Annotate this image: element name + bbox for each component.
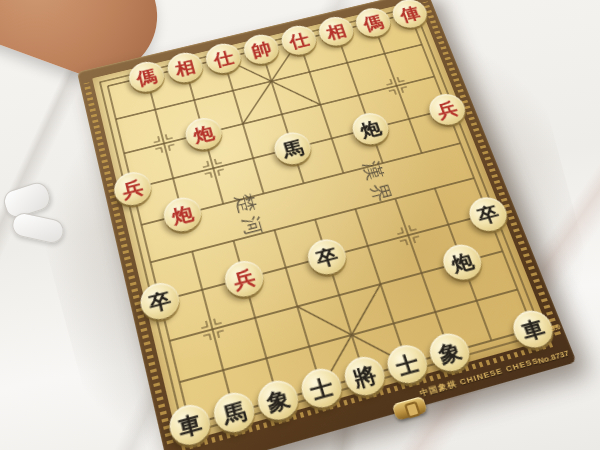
piece-red-horse[interactable]: 傌 [126, 59, 168, 96]
piece-black-cannon[interactable]: 炮 [348, 110, 393, 148]
piece-red-advisor[interactable]: 仕 [203, 40, 245, 76]
piece-black-horse[interactable]: 馬 [271, 129, 315, 168]
piece-black-soldier[interactable]: 卒 [304, 235, 351, 278]
piece-red-marshal[interactable]: 帥 [240, 31, 282, 67]
piece-red-elephant[interactable]: 相 [315, 14, 357, 49]
piece-red-cannon[interactable]: 炮 [160, 194, 204, 235]
piece-red-soldier[interactable]: 兵 [221, 257, 267, 301]
frame-model-number: No.8737 [536, 348, 570, 365]
piece-red-cannon[interactable]: 炮 [182, 115, 225, 154]
piece-red-advisor[interactable]: 仕 [278, 23, 320, 59]
piece-red-elephant[interactable]: 相 [164, 49, 206, 85]
piece-black-cannon[interactable]: 炮 [438, 241, 486, 284]
piece-red-horse[interactable]: 傌 [352, 5, 395, 40]
